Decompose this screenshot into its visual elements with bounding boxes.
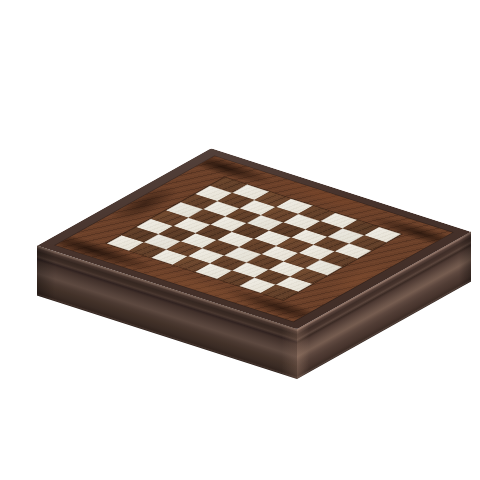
product-photo [0,0,480,480]
